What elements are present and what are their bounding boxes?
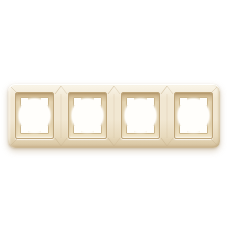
mounting-plate: [179, 97, 208, 134]
gang-module: [114, 84, 167, 148]
mounting-plate: [20, 97, 49, 134]
corner-notch: [180, 98, 187, 105]
mounting-plate: [73, 97, 102, 134]
corner-notch: [200, 98, 207, 105]
gang-module: [167, 84, 220, 148]
gang-window: [174, 92, 213, 139]
gang-grid: [8, 84, 220, 148]
mounting-plate: [126, 97, 155, 134]
corner-notch: [41, 98, 48, 105]
gang-window: [68, 92, 107, 139]
switch-frame: [8, 84, 220, 148]
corner-notch: [200, 126, 207, 133]
gang-module: [61, 84, 114, 148]
corner-notch: [147, 98, 154, 105]
gang-window: [15, 92, 54, 139]
corner-notch: [147, 126, 154, 133]
gang-window: [121, 92, 160, 139]
corner-notch: [21, 98, 28, 105]
corner-notch: [180, 126, 187, 133]
corner-notch: [127, 98, 134, 105]
corner-notch: [94, 126, 101, 133]
corner-notch: [21, 126, 28, 133]
corner-notch: [127, 126, 134, 133]
gang-module: [8, 84, 61, 148]
corner-notch: [94, 98, 101, 105]
corner-notch: [41, 126, 48, 133]
corner-notch: [74, 126, 81, 133]
product-photo: [0, 0, 228, 228]
corner-notch: [74, 98, 81, 105]
